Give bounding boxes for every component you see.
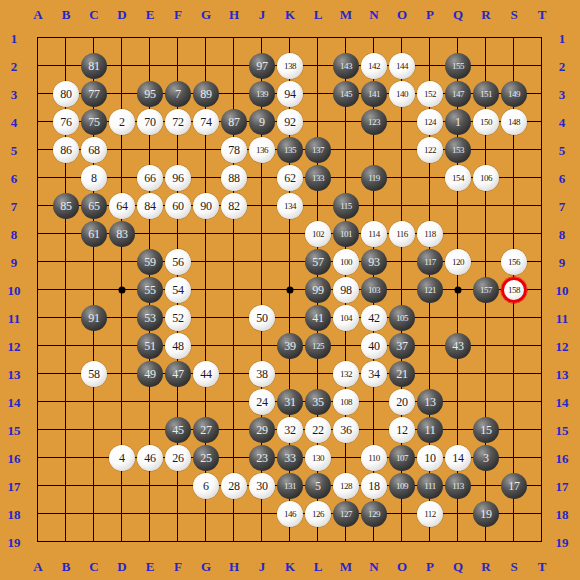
stone-white-106-text: 106 [480,174,492,183]
stone-black-113[interactable]: 113 [445,473,471,499]
stone-white-96[interactable]: 96 [165,165,191,191]
stone-black-19-text: 19 [480,508,492,520]
stone-white-108[interactable]: 108 [333,389,359,415]
stone-white-124[interactable]: 124 [417,109,443,135]
stone-black-13-text: 13 [424,396,436,408]
stone-white-78-text: 78 [228,144,240,156]
star-point [287,287,294,294]
stone-black-95[interactable]: 95 [137,81,163,107]
stone-white-86-text: 86 [60,144,72,156]
stone-white-136-text: 136 [256,146,268,155]
stone-white-98[interactable]: 98 [333,277,359,303]
stone-white-140-text: 140 [396,90,408,99]
stone-black-9-text: 9 [259,116,265,128]
stone-black-61-text: 61 [88,228,100,240]
stone-black-87[interactable]: 87 [221,109,247,135]
stone-white-144[interactable]: 144 [389,53,415,79]
stone-white-70[interactable]: 70 [137,109,163,135]
stone-white-50[interactable]: 50 [249,305,275,331]
stone-black-139-text: 139 [256,90,268,99]
stone-black-115[interactable]: 115 [333,193,359,219]
stone-black-3-text: 3 [483,452,489,464]
stone-white-4[interactable]: 4 [109,445,135,471]
stone-white-44[interactable]: 44 [193,361,219,387]
row-label: 14 [8,396,21,409]
stone-white-10[interactable]: 10 [417,445,443,471]
stone-white-60-text: 60 [172,200,184,212]
stone-black-47-text: 47 [172,368,184,380]
stone-black-151[interactable]: 151 [473,81,499,107]
stone-white-102[interactable]: 102 [305,221,331,247]
stone-white-42-text: 42 [368,312,380,324]
stone-black-143[interactable]: 143 [333,53,359,79]
stone-white-128-text: 128 [340,482,352,491]
stone-white-4-text: 4 [119,452,125,464]
column-label: F [174,560,182,573]
stone-white-48[interactable]: 48 [165,333,191,359]
stone-white-52[interactable]: 52 [165,305,191,331]
stone-white-38-text: 38 [256,368,268,380]
stone-black-99[interactable]: 99 [305,277,331,303]
stone-white-98-text: 98 [340,284,352,296]
row-label: 2 [11,60,18,73]
stone-black-97[interactable]: 97 [249,53,275,79]
column-label: H [229,560,239,573]
stone-black-133[interactable]: 133 [305,165,331,191]
stone-white-10-text: 10 [424,452,436,464]
stone-black-131[interactable]: 131 [277,473,303,499]
stone-black-59[interactable]: 59 [137,249,163,275]
stone-black-81-text: 81 [88,60,100,72]
stone-white-34-text: 34 [368,368,380,380]
row-label: 17 [556,480,569,493]
column-label: E [146,560,155,573]
stone-white-126[interactable]: 126 [305,501,331,527]
stone-black-153[interactable]: 153 [445,137,471,163]
stone-black-81[interactable]: 81 [81,53,107,79]
stone-white-70-text: 70 [144,116,156,128]
stone-black-121-text: 121 [424,286,436,295]
stone-white-142[interactable]: 142 [361,53,387,79]
stone-white-58[interactable]: 58 [81,361,107,387]
stone-black-89[interactable]: 89 [193,81,219,107]
stone-white-138[interactable]: 138 [277,53,303,79]
stone-white-110[interactable]: 110 [361,445,387,471]
stone-white-96-text: 96 [172,172,184,184]
stone-white-68[interactable]: 68 [81,137,107,163]
stone-white-158-text: 158 [508,286,520,295]
stone-black-89-text: 89 [200,88,212,100]
stone-black-57-text: 57 [312,256,324,268]
stone-white-44-text: 44 [200,368,212,380]
stone-black-109[interactable]: 109 [389,473,415,499]
stone-white-12-text: 12 [396,424,408,436]
stone-black-39[interactable]: 39 [277,333,303,359]
stone-white-100-text: 100 [340,258,352,267]
stone-black-85[interactable]: 85 [53,193,79,219]
stone-black-155[interactable]: 155 [445,53,471,79]
stone-black-129-text: 129 [368,510,380,519]
stone-black-1-text: 1 [455,116,461,128]
stone-black-139[interactable]: 139 [249,81,275,107]
stone-white-150-text: 150 [480,118,492,127]
row-label: 3 [559,88,566,101]
column-label: G [201,560,211,573]
stone-white-112[interactable]: 112 [417,501,443,527]
stone-black-21[interactable]: 21 [389,361,415,387]
stone-white-120[interactable]: 120 [445,249,471,275]
stone-white-26-text: 26 [172,452,184,464]
stone-black-41-text: 41 [312,312,324,324]
stone-white-30[interactable]: 30 [249,473,275,499]
column-label: K [285,8,295,21]
stone-white-46-text: 46 [144,452,156,464]
stone-black-57[interactable]: 57 [305,249,331,275]
column-label: M [340,8,352,21]
stone-white-122[interactable]: 122 [417,137,443,163]
stone-white-90-text: 90 [200,200,212,212]
stone-white-36-text: 36 [340,424,352,436]
stone-white-108-text: 108 [340,398,352,407]
stone-white-66[interactable]: 66 [137,165,163,191]
column-label: C [89,8,98,21]
stone-black-111[interactable]: 111 [417,473,443,499]
stone-black-55-text: 55 [144,284,156,296]
stone-black-29-text: 29 [256,424,268,436]
row-label: 1 [11,32,18,45]
stone-white-64[interactable]: 64 [109,193,135,219]
stone-black-145[interactable]: 145 [333,81,359,107]
stone-white-2-text: 2 [119,116,125,128]
column-label: R [481,560,490,573]
stone-black-103[interactable]: 103 [361,277,387,303]
column-label: E [146,8,155,21]
stone-white-52-text: 52 [172,312,184,324]
stone-white-80-text: 80 [60,88,72,100]
column-label: M [340,560,352,573]
row-label: 9 [559,256,566,269]
stone-black-27[interactable]: 27 [193,417,219,443]
stone-black-61[interactable]: 61 [81,221,107,247]
stone-black-145-text: 145 [340,90,352,99]
stone-black-55[interactable]: 55 [137,277,163,303]
stone-white-22[interactable]: 22 [305,417,331,443]
stone-black-141-text: 141 [368,90,380,99]
stone-black-41[interactable]: 41 [305,305,331,331]
stone-white-32[interactable]: 32 [277,417,303,443]
stone-black-149[interactable]: 149 [501,81,527,107]
stone-white-156[interactable]: 156 [501,249,527,275]
stone-black-105[interactable]: 105 [389,305,415,331]
stone-white-118-text: 118 [424,230,436,239]
stone-white-36[interactable]: 36 [333,417,359,443]
row-label: 1 [559,32,566,45]
stone-white-148-text: 148 [508,118,520,127]
stone-black-17[interactable]: 17 [501,473,527,499]
stone-white-14-text: 14 [452,452,464,464]
row-label: 13 [556,368,569,381]
row-label: 16 [8,452,21,465]
stone-white-118[interactable]: 118 [417,221,443,247]
stone-white-90[interactable]: 90 [193,193,219,219]
stone-white-128[interactable]: 128 [333,473,359,499]
stone-black-137-text: 137 [312,146,324,155]
stone-black-109-text: 109 [396,482,408,491]
stone-white-6-text: 6 [203,480,209,492]
stone-black-13[interactable]: 13 [417,389,443,415]
stone-black-49[interactable]: 49 [137,361,163,387]
stone-black-25-text: 25 [200,452,212,464]
column-label: K [285,560,295,573]
stone-white-14[interactable]: 14 [445,445,471,471]
row-label: 11 [8,312,20,325]
stone-white-24[interactable]: 24 [249,389,275,415]
stone-white-142-text: 142 [368,62,380,71]
stone-black-75-text: 75 [88,116,100,128]
stone-white-76[interactable]: 76 [53,109,79,135]
column-label: C [89,560,98,573]
stone-black-107[interactable]: 107 [389,445,415,471]
row-label: 19 [556,536,569,549]
column-label: Q [453,8,463,21]
stone-white-54[interactable]: 54 [165,277,191,303]
stone-black-9[interactable]: 9 [249,109,275,135]
column-label: D [117,560,126,573]
stone-white-2[interactable]: 2 [109,109,135,135]
stone-black-1[interactable]: 1 [445,109,471,135]
stone-white-158[interactable]: 158 [501,277,527,303]
stone-black-151-text: 151 [480,90,492,99]
column-label: N [369,8,378,21]
stone-white-62[interactable]: 62 [277,165,303,191]
stone-white-78[interactable]: 78 [221,137,247,163]
row-label: 14 [556,396,569,409]
stone-white-60[interactable]: 60 [165,193,191,219]
stone-black-43[interactable]: 43 [445,333,471,359]
stone-black-113-text: 113 [452,482,464,491]
stone-white-56[interactable]: 56 [165,249,191,275]
stone-white-20[interactable]: 20 [389,389,415,415]
row-label: 6 [559,172,566,185]
stone-white-116[interactable]: 116 [389,221,415,247]
stone-black-37[interactable]: 37 [389,333,415,359]
row-label: 15 [8,424,21,437]
stone-black-85-text: 85 [60,200,72,212]
stone-black-33[interactable]: 33 [277,445,303,471]
column-label: O [397,560,407,573]
stone-white-134[interactable]: 134 [277,193,303,219]
stone-white-8[interactable]: 8 [81,165,107,191]
stone-black-45[interactable]: 45 [165,417,191,443]
stone-white-100[interactable]: 100 [333,249,359,275]
stone-white-80[interactable]: 80 [53,81,79,107]
column-label: S [510,8,517,21]
stone-white-42[interactable]: 42 [361,305,387,331]
stone-black-23[interactable]: 23 [249,445,275,471]
stone-black-149-text: 149 [508,90,520,99]
stone-black-77-text: 77 [88,88,100,100]
stone-black-93[interactable]: 93 [361,249,387,275]
stone-white-46[interactable]: 46 [137,445,163,471]
stone-black-91-text: 91 [88,312,100,324]
stone-black-27-text: 27 [200,424,212,436]
stone-white-88[interactable]: 88 [221,165,247,191]
stone-black-45-text: 45 [172,424,184,436]
stone-black-97-text: 97 [256,60,268,72]
stone-black-83[interactable]: 83 [109,221,135,247]
stone-black-25[interactable]: 25 [193,445,219,471]
stone-white-114[interactable]: 114 [361,221,387,247]
column-label: L [314,8,323,21]
stone-white-92[interactable]: 92 [277,109,303,135]
stone-white-104-text: 104 [340,314,352,323]
stone-black-47[interactable]: 47 [165,361,191,387]
stone-black-5[interactable]: 5 [305,473,331,499]
row-label: 7 [559,200,566,213]
row-label: 6 [11,172,18,185]
stone-white-26[interactable]: 26 [165,445,191,471]
stone-black-15[interactable]: 15 [473,417,499,443]
stone-black-43-text: 43 [452,340,464,352]
stone-white-104[interactable]: 104 [333,305,359,331]
stone-black-119-text: 119 [368,174,380,183]
column-label: T [538,560,547,573]
stone-black-19[interactable]: 19 [473,501,499,527]
stone-black-37-text: 37 [396,340,408,352]
column-label: P [426,560,434,573]
column-label: G [201,8,211,21]
stone-black-105-text: 105 [396,314,408,323]
stone-white-92-text: 92 [284,116,296,128]
stone-black-3[interactable]: 3 [473,445,499,471]
stone-white-132-text: 132 [340,370,352,379]
stone-white-132[interactable]: 132 [333,361,359,387]
stone-white-134-text: 134 [284,202,296,211]
row-label: 16 [556,452,569,465]
stone-white-6[interactable]: 6 [193,473,219,499]
stone-black-123[interactable]: 123 [361,109,387,135]
column-label: A [33,8,42,21]
stone-black-157[interactable]: 157 [473,277,499,303]
stone-black-121[interactable]: 121 [417,277,443,303]
star-point [455,287,462,294]
stone-white-154[interactable]: 154 [445,165,471,191]
stone-black-127-text: 127 [340,510,352,519]
stone-white-74[interactable]: 74 [193,109,219,135]
stone-white-140[interactable]: 140 [389,81,415,107]
stone-black-31[interactable]: 31 [277,389,303,415]
stone-white-112-text: 112 [424,510,436,519]
stone-black-101[interactable]: 101 [333,221,359,247]
stone-black-125-text: 125 [312,342,324,351]
stone-white-8-text: 8 [91,172,97,184]
row-label: 18 [556,508,569,521]
stone-white-82-text: 82 [228,200,240,212]
stone-black-155-text: 155 [452,62,464,71]
stone-black-35[interactable]: 35 [305,389,331,415]
stone-white-130-text: 130 [312,454,324,463]
stone-black-17-text: 17 [508,480,520,492]
stone-black-83-text: 83 [116,228,128,240]
stone-black-157-text: 157 [480,286,492,295]
stone-white-34[interactable]: 34 [361,361,387,387]
row-label: 11 [556,312,568,325]
stone-black-137[interactable]: 137 [305,137,331,163]
stone-white-126-text: 126 [312,510,324,519]
stone-black-91[interactable]: 91 [81,305,107,331]
stone-black-141[interactable]: 141 [361,81,387,107]
stone-black-29[interactable]: 29 [249,417,275,443]
column-label: D [117,8,126,21]
stone-white-84[interactable]: 84 [137,193,163,219]
column-label: A [33,560,42,573]
stone-white-94[interactable]: 94 [277,81,303,107]
stone-black-135-text: 135 [284,146,296,155]
stone-black-15-text: 15 [480,424,492,436]
stone-black-125[interactable]: 125 [305,333,331,359]
stone-white-40[interactable]: 40 [361,333,387,359]
column-label: B [62,8,71,21]
stone-black-7[interactable]: 7 [165,81,191,107]
stone-white-12[interactable]: 12 [389,417,415,443]
goban: ABCDEFGHJKLMNOPQRST ABCDEFGHJKLMNOPQRST … [0,0,580,580]
stone-white-150[interactable]: 150 [473,109,499,135]
stone-black-51[interactable]: 51 [137,333,163,359]
stone-white-72[interactable]: 72 [165,109,191,135]
stone-black-59-text: 59 [144,256,156,268]
row-label: 19 [8,536,21,549]
stone-white-136[interactable]: 136 [249,137,275,163]
stone-black-147[interactable]: 147 [445,81,471,107]
stone-white-146[interactable]: 146 [277,501,303,527]
stone-white-54-text: 54 [172,284,184,296]
stone-black-21-text: 21 [396,368,408,380]
column-label: J [259,8,266,21]
column-label: B [62,560,71,573]
stone-white-130[interactable]: 130 [305,445,331,471]
stone-black-77[interactable]: 77 [81,81,107,107]
row-label: 9 [11,256,18,269]
stone-black-117[interactable]: 117 [417,249,443,275]
stone-white-18[interactable]: 18 [361,473,387,499]
stone-black-129[interactable]: 129 [361,501,387,527]
stone-white-148[interactable]: 148 [501,109,527,135]
stone-black-65[interactable]: 65 [81,193,107,219]
stone-black-127[interactable]: 127 [333,501,359,527]
stone-white-82[interactable]: 82 [221,193,247,219]
stone-white-28[interactable]: 28 [221,473,247,499]
row-label: 8 [11,228,18,241]
stone-black-143-text: 143 [340,62,352,71]
stone-white-156-text: 156 [508,258,520,267]
stone-black-135[interactable]: 135 [277,137,303,163]
stone-black-11-text: 11 [424,424,435,436]
row-label: 15 [556,424,569,437]
stone-black-119[interactable]: 119 [361,165,387,191]
stone-black-75[interactable]: 75 [81,109,107,135]
stone-white-56-text: 56 [172,256,184,268]
stone-white-48-text: 48 [172,340,184,352]
stone-white-38[interactable]: 38 [249,361,275,387]
stone-black-99-text: 99 [312,284,324,296]
stone-white-152[interactable]: 152 [417,81,443,107]
stone-white-40-text: 40 [368,340,380,352]
stone-black-53[interactable]: 53 [137,305,163,331]
stone-white-106[interactable]: 106 [473,165,499,191]
stone-black-11[interactable]: 11 [417,417,443,443]
stone-white-86[interactable]: 86 [53,137,79,163]
stone-white-74-text: 74 [200,116,212,128]
